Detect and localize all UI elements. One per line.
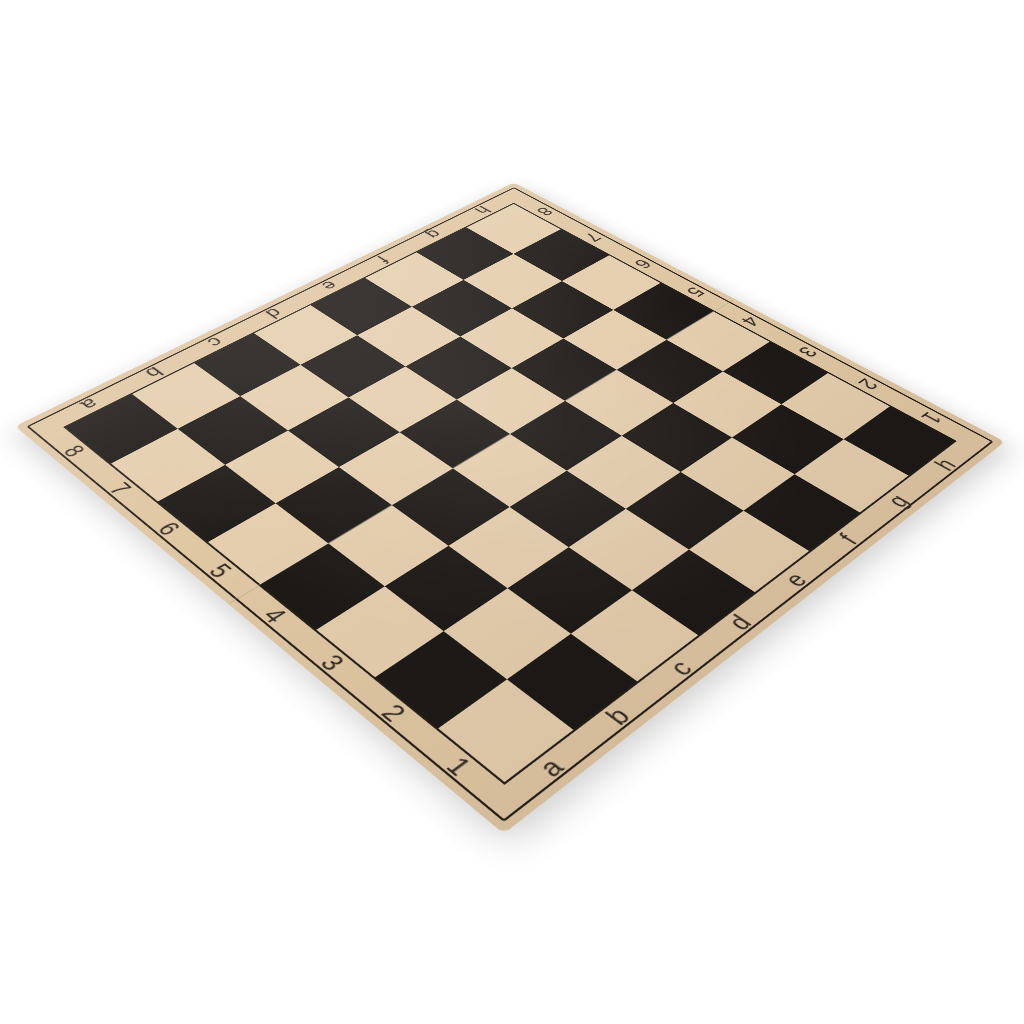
photo-background: aa11bb22cc33dd44ee55ff66gg77hh88 [0, 0, 1024, 1024]
playing-field [63, 203, 957, 785]
chess-board: aa11bb22cc33dd44ee55ff66gg77hh88 [15, 182, 1005, 833]
vinyl-mat: aa11bb22cc33dd44ee55ff66gg77hh88 [15, 182, 1005, 833]
